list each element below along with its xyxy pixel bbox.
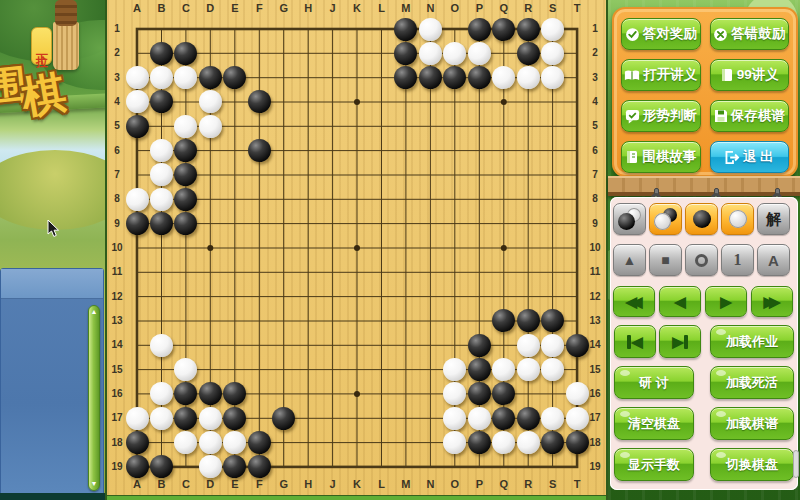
- lecture-99-button[interactable]: 99讲义: [710, 59, 790, 91]
- hill-art: [0, 150, 105, 230]
- coord-number-right: 15: [586, 364, 604, 375]
- stone-black: [468, 18, 491, 41]
- number-mark-icon: 1: [734, 251, 742, 269]
- action-row: 显示手数切换棋盘: [610, 448, 798, 481]
- coord-number-left: 10: [108, 242, 126, 253]
- coord-letter-bottom: G: [275, 478, 293, 490]
- book-icon: [720, 68, 734, 82]
- action-button-rows: ◀▶加载作业研 讨加载死活清空棋盘加载棋谱显示手数切换棋盘: [610, 325, 798, 481]
- stone-black: [468, 66, 491, 89]
- letter-mark-icon: A: [768, 252, 779, 269]
- control-panel: 答对奖励答错鼓励打开讲义99讲义形势判断保存棋谱围棋故事退 出 解 ▲■1A ◀…: [608, 0, 800, 500]
- stone-white: [517, 431, 540, 454]
- stone-white: [517, 334, 540, 357]
- stone-white: [566, 382, 589, 405]
- story-book-icon: [625, 150, 639, 164]
- white-stone-icon: [729, 210, 747, 228]
- stone-white: [468, 407, 491, 430]
- menu-button-label: 打开讲义: [643, 66, 697, 84]
- coord-number-left: 18: [108, 437, 126, 448]
- coord-letter-top: B: [152, 2, 170, 14]
- coord-number-left: 2: [108, 47, 126, 58]
- coord-number-left: 1: [108, 23, 126, 34]
- coord-number-left: 14: [108, 339, 126, 350]
- to-end-button[interactable]: ▶: [659, 325, 701, 358]
- menu-button-grid: 答对奖励答错鼓励打开讲义99讲义形势判断保存棋谱围棋故事退 出: [614, 9, 796, 182]
- coord-letter-bottom: B: [152, 478, 170, 490]
- markup-tools-row: ▲■1A: [610, 244, 798, 276]
- black-stone-icon: [618, 213, 635, 230]
- coord-number-left: 4: [108, 96, 126, 107]
- nav-row-2: ◀▶: [614, 325, 701, 358]
- scroll-up-icon[interactable]: ▲: [89, 307, 99, 317]
- coord-number-left: 17: [108, 412, 126, 423]
- stone-white: [150, 334, 173, 357]
- black-stone-icon: [693, 210, 711, 228]
- menu-button-label: 99讲义: [737, 66, 779, 84]
- mark-triangle-button[interactable]: ▲: [613, 244, 646, 276]
- coord-number-right: 12: [586, 291, 604, 302]
- coord-letter-bottom: Q: [495, 478, 513, 490]
- forward-arrow-icon: ▶: [672, 334, 684, 349]
- reward-correct-button[interactable]: 答对奖励: [621, 18, 701, 50]
- stone-white: [199, 115, 222, 138]
- forward-arrow-icon: ▶▶: [763, 294, 780, 309]
- forward-arrow-icon: ▶: [720, 294, 732, 309]
- rewind-button[interactable]: ◀◀: [613, 286, 655, 317]
- coord-number-left: 3: [108, 72, 126, 83]
- coord-letter-top: J: [324, 2, 342, 14]
- coord-number-left: 5: [108, 120, 126, 131]
- stone-white: [517, 358, 540, 381]
- coord-number-left: 16: [108, 388, 126, 399]
- coord-letter-bottom: A: [128, 478, 146, 490]
- coord-number-left: 6: [108, 145, 126, 156]
- board-frame-bottom: [107, 495, 606, 500]
- stone-black: [126, 115, 149, 138]
- load-kifu-button[interactable]: 加载棋谱: [710, 407, 794, 440]
- coord-letter-bottom: C: [177, 478, 195, 490]
- chat-panel-header: [1, 269, 103, 299]
- sidebar-bottom-strip: [0, 493, 105, 500]
- stone-black: [394, 18, 417, 41]
- coord-number-right: 5: [586, 120, 604, 131]
- coord-number-right: 6: [586, 145, 604, 156]
- coord-letter-top: T: [568, 2, 586, 14]
- menu-panel: 答对奖励答错鼓励打开讲义99讲义形势判断保存棋谱围棋故事退 出: [612, 7, 798, 177]
- go-board[interactable]: AABBCCDDEEFFGGHHJJKKLLMMNNOOPPQQRRSSTT11…: [105, 0, 608, 500]
- stone-black: [126, 212, 149, 235]
- stone-black: [174, 407, 197, 430]
- menu-button-label: 保存棋谱: [731, 107, 785, 125]
- check-circle-icon: [625, 27, 640, 42]
- menu-button-label: 答对奖励: [643, 25, 697, 43]
- coord-letter-bottom: P: [470, 478, 488, 490]
- stone-white: [419, 42, 442, 65]
- switch-board-button[interactable]: 切换棋盘: [710, 448, 794, 481]
- coord-letter-bottom: T: [568, 478, 586, 490]
- coord-letter-top: A: [128, 2, 146, 14]
- coord-letter-top: F: [250, 2, 268, 14]
- back-arrow-icon: ◀◀: [625, 294, 642, 309]
- coord-number-left: 8: [108, 193, 126, 204]
- coord-letter-bottom: R: [519, 478, 537, 490]
- coord-number-right: 16: [586, 388, 604, 399]
- coord-letter-top: Q: [495, 2, 513, 14]
- stone-black: [468, 358, 491, 381]
- stone-white: [126, 407, 149, 430]
- sidebar-scene: 围 棋 下拉 ▲ ▼: [0, 0, 105, 500]
- coord-number-right: 14: [586, 339, 604, 350]
- chat-panel: ▲ ▼: [0, 268, 104, 494]
- place-black-button[interactable]: [685, 203, 718, 235]
- menu-button-label: 答错鼓励: [731, 25, 785, 43]
- coord-letter-bottom: S: [544, 478, 562, 490]
- step-back-button[interactable]: ◀: [659, 286, 701, 317]
- load-homework-button[interactable]: 加载作业: [710, 325, 794, 358]
- load-life-death-button[interactable]: 加载死活: [710, 366, 794, 399]
- stone-white: [150, 407, 173, 430]
- coord-letter-bottom: N: [421, 478, 439, 490]
- open-book-icon: [624, 69, 640, 82]
- exit-arrow-icon: [725, 151, 740, 164]
- square-icon: ■: [661, 252, 669, 268]
- coord-letter-top: S: [544, 2, 562, 14]
- stone-white: [517, 66, 540, 89]
- coord-letter-bottom: M: [397, 478, 415, 490]
- coord-number-right: 9: [586, 218, 604, 229]
- stone-black: [150, 212, 173, 235]
- stone-white: [126, 90, 149, 113]
- coord-letter-top: E: [226, 2, 244, 14]
- save-kifu-button[interactable]: 保存棋谱: [710, 100, 790, 132]
- menu-button-label: 围棋故事: [642, 148, 696, 166]
- wooden-shelf: [608, 176, 800, 196]
- coord-number-right: 3: [586, 72, 604, 83]
- mark-square-button[interactable]: ■: [649, 244, 682, 276]
- coord-number-right: 2: [586, 47, 604, 58]
- coord-letter-top: O: [446, 2, 464, 14]
- coord-letter-top: G: [275, 2, 293, 14]
- coord-number-left: 15: [108, 364, 126, 375]
- coord-letter-bottom: L: [373, 478, 391, 490]
- stone-white: [150, 66, 173, 89]
- exit-button[interactable]: 退 出: [710, 141, 790, 173]
- coord-letter-top: N: [421, 2, 439, 14]
- mouse-cursor: [47, 220, 60, 238]
- stone-white: [199, 407, 222, 430]
- coord-number-right: 4: [586, 96, 604, 107]
- solve-button[interactable]: 解: [757, 203, 790, 235]
- coord-number-left: 19: [108, 461, 126, 472]
- alternate-white-first-button[interactable]: [649, 203, 682, 235]
- solve-label: 解: [766, 210, 781, 229]
- stone-black: [248, 431, 271, 454]
- stone-black: [492, 407, 515, 430]
- tool-panel: 解 ▲■1A ◀◀◀▶▶▶ ◀▶加载作业研 讨加载死活清空棋盘加载棋谱显示手数切…: [610, 197, 798, 490]
- stone-white: [566, 407, 589, 430]
- coord-letter-bottom: O: [446, 478, 464, 490]
- fast-forward-button[interactable]: ▶▶: [751, 286, 793, 317]
- stone-white: [150, 188, 173, 211]
- save-disk-icon: [714, 109, 728, 123]
- menu-button-label: 退 出: [743, 148, 774, 166]
- coord-number-right: 10: [586, 242, 604, 253]
- stone-select-row: 解: [610, 203, 798, 235]
- coord-letter-top: P: [470, 2, 488, 14]
- coord-letter-bottom: F: [250, 478, 268, 490]
- stone-black: [517, 309, 540, 332]
- circle-icon: [695, 254, 708, 267]
- coord-letter-bottom: D: [201, 478, 219, 490]
- coord-letter-top: L: [373, 2, 391, 14]
- coord-letter-bottom: J: [324, 478, 342, 490]
- pull-down-tag[interactable]: 下拉: [31, 27, 52, 65]
- coord-number-right: 11: [586, 266, 604, 277]
- x-circle-icon: [713, 27, 728, 42]
- stone-black: [199, 66, 222, 89]
- mark-letter-button[interactable]: A: [757, 244, 790, 276]
- coord-letter-bottom: H: [299, 478, 317, 490]
- stone-black: [566, 334, 589, 357]
- coord-number-right: 17: [586, 412, 604, 423]
- navigation-row: ◀◀◀▶▶▶: [610, 286, 798, 317]
- coord-letter-top: D: [201, 2, 219, 14]
- alternate-black-first-button[interactable]: [613, 203, 646, 235]
- coord-number-right: 18: [586, 437, 604, 448]
- stone-white: [126, 188, 149, 211]
- action-row: 清空棋盘加载棋谱: [610, 407, 798, 440]
- stone-black: [468, 334, 491, 357]
- straw-tassel-decoration: [55, 0, 77, 26]
- coord-number-left: 9: [108, 218, 126, 229]
- stone-black: [126, 431, 149, 454]
- bubble-check-icon: [625, 109, 640, 124]
- stone-black: [517, 42, 540, 65]
- chat-scrollbar[interactable]: ▲ ▼: [88, 305, 100, 491]
- judge-position-button[interactable]: 形势判断: [621, 100, 701, 132]
- stone-white: [126, 66, 149, 89]
- scroll-down-icon[interactable]: ▼: [89, 479, 99, 489]
- coord-number-right: 19: [586, 461, 604, 472]
- stone-white: [541, 334, 564, 357]
- back-arrow-icon: ◀: [674, 294, 686, 309]
- stone-black: [566, 431, 589, 454]
- stone-white: [541, 42, 564, 65]
- coord-letter-bottom: E: [226, 478, 244, 490]
- stone-white: [150, 139, 173, 162]
- stone-white: [419, 18, 442, 41]
- coord-letter-bottom: K: [348, 478, 366, 490]
- stone-black: [517, 407, 540, 430]
- action-row: 研 讨加载死活: [610, 366, 798, 399]
- stone-black: [272, 407, 295, 430]
- coord-letter-top: K: [348, 2, 366, 14]
- white-stone-icon: [654, 213, 671, 230]
- mark-number-button[interactable]: 1: [721, 244, 754, 276]
- coord-number-right: 13: [586, 315, 604, 326]
- coord-number-left: 11: [108, 266, 126, 277]
- back-arrow-icon: ◀: [631, 334, 643, 349]
- coord-letter-top: H: [299, 2, 317, 14]
- stone-black: [248, 139, 271, 162]
- stone-black: [126, 455, 149, 478]
- coord-number-left: 13: [108, 315, 126, 326]
- stone-black: [419, 66, 442, 89]
- encourage-wrong-button[interactable]: 答错鼓励: [710, 18, 790, 50]
- coord-letter-top: M: [397, 2, 415, 14]
- open-lecture-button[interactable]: 打开讲义: [621, 59, 701, 91]
- stone-black: [150, 42, 173, 65]
- coord-letter-top: R: [519, 2, 537, 14]
- triangle-icon: ▲: [623, 252, 637, 268]
- clear-board-button[interactable]: 清空棋盘: [614, 407, 694, 440]
- coord-number-left: 7: [108, 169, 126, 180]
- coord-number-left: 12: [108, 291, 126, 302]
- stone-white: [541, 18, 564, 41]
- stone-white: [443, 407, 466, 430]
- step-forward-button[interactable]: ▶: [705, 286, 747, 317]
- coord-number-right: 1: [586, 23, 604, 34]
- action-row: ◀▶加载作业: [610, 325, 798, 358]
- place-white-button[interactable]: [721, 203, 754, 235]
- research-button[interactable]: 研 讨: [614, 366, 694, 399]
- stone-black: [517, 18, 540, 41]
- mark-circle-button[interactable]: [685, 244, 718, 276]
- menu-button-label: 形势判断: [643, 107, 697, 125]
- stone-black: [492, 18, 515, 41]
- stone-black: [468, 431, 491, 454]
- stone-black: [223, 407, 246, 430]
- go-story-button[interactable]: 围棋故事: [621, 141, 701, 173]
- to-start-button[interactable]: ◀: [614, 325, 656, 358]
- stone-white: [541, 407, 564, 430]
- coord-number-right: 7: [586, 169, 604, 180]
- bar-icon: [684, 335, 688, 349]
- stone-white: [199, 431, 222, 454]
- right-scrollbar[interactable]: [793, 450, 799, 478]
- coord-letter-top: C: [177, 2, 195, 14]
- coord-number-right: 8: [586, 193, 604, 204]
- show-move-numbers-button[interactable]: 显示手数: [614, 448, 694, 481]
- stone-white: [468, 42, 491, 65]
